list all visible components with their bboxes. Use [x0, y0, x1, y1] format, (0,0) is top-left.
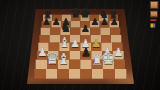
black-pawn-e6[interactable]: ♟ [81, 24, 90, 34]
black-pawn-e3[interactable]: ♟ [81, 47, 91, 58]
black-pawn-a7[interactable]: ♟ [42, 17, 50, 26]
black-king-e8[interactable]: ♚ [79, 7, 90, 20]
flag-icon[interactable] [150, 23, 156, 28]
white-bishop-c2[interactable]: ♝ [57, 52, 70, 67]
flag-icon-right [153, 23, 156, 27]
game-screen: ♜♛♚♞♜♟♟♟♟♟♟♞♟♝♟♟♟♟♟♟♟♛♝♜♚ [0, 0, 160, 90]
pieces-layer: ♜♛♚♞♜♟♟♟♟♟♟♞♟♝♟♟♟♟♟♟♟♛♝♜♚ [0, 0, 160, 90]
white-king-g2[interactable]: ♚ [100, 50, 116, 67]
wood-tile-button[interactable] [150, 1, 158, 9]
wood-tile-button-2[interactable] [150, 11, 158, 18]
black-pawn-f7[interactable]: ♟ [91, 17, 99, 26]
black-pawn-h7[interactable]: ♟ [110, 17, 118, 26]
black-knight-c6[interactable]: ♞ [60, 22, 71, 34]
screenshot-viewport: ♜♛♚♞♜♟♟♟♟♟♟♞♟♝♟♟♟♟♟♟♟♛♝♜♚ [0, 0, 160, 90]
black-pawn-g7[interactable]: ♟ [100, 17, 108, 26]
white-bishop-c4[interactable]: ♝ [58, 36, 70, 50]
red-bar-icon[interactable] [150, 19, 157, 21]
white-pawn-d4[interactable]: ♟ [70, 38, 80, 49]
black-pawn-b7[interactable]: ♟ [52, 17, 60, 26]
